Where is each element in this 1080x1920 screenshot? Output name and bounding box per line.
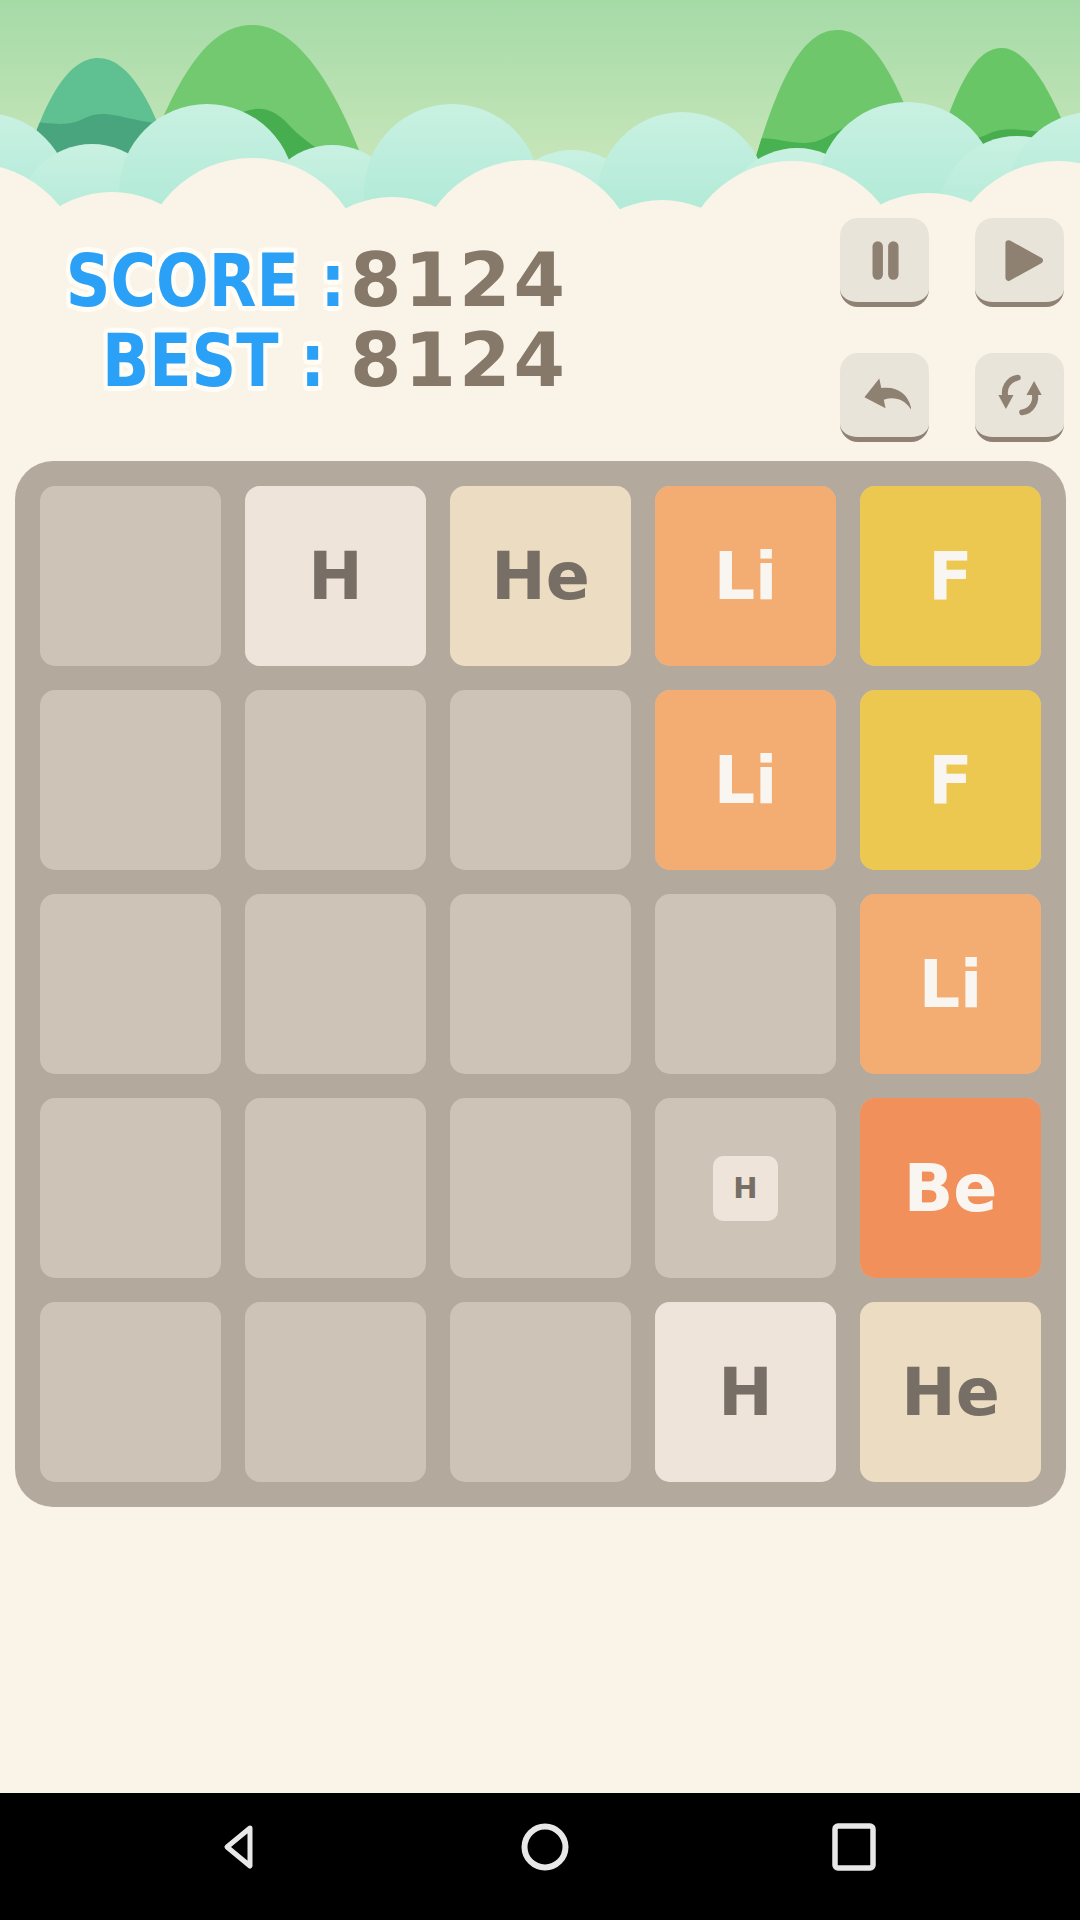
empty-cell [245,894,426,1074]
tile-He: He [450,486,631,666]
recents-icon[interactable] [826,1819,882,1875]
empty-cell [40,690,221,870]
tile-F: F [860,486,1041,666]
empty-cell [40,1302,221,1482]
empty-cell [40,486,221,666]
play-icon [995,235,1045,285]
empty-cell [450,894,631,1074]
board-cell: Li [655,690,836,870]
home-icon[interactable] [517,1819,573,1875]
refresh-icon [994,369,1046,421]
empty-cell [655,894,836,1074]
tile-Li: Li [655,690,836,870]
board-cell: H [655,1098,836,1278]
board-cell: H [245,486,426,666]
score-value: 8124 [350,240,568,320]
empty-cell [245,690,426,870]
tile-H-new: H [713,1156,778,1221]
board-cell: Li [655,486,836,666]
back-icon[interactable] [212,1819,268,1875]
best-label: BEST : [66,321,325,401]
board-cell: H [655,1302,836,1482]
board-cell: He [450,486,631,666]
game-board[interactable]: HHeLiFLiFLiHBeHHe [15,461,1066,1507]
empty-cell [450,1098,631,1278]
empty-cell [40,1098,221,1278]
tile-Li: Li [860,894,1041,1074]
empty-cell [450,690,631,870]
restart-button[interactable] [975,353,1064,442]
empty-cell [245,1098,426,1278]
pause-icon [860,235,910,285]
tile-He: He [860,1302,1041,1482]
undo-icon [859,369,911,421]
tile-H: H [655,1302,836,1482]
board-cell: He [860,1302,1041,1482]
tile-Li: Li [655,486,836,666]
best-value: 8124 [350,320,568,400]
empty-cell [40,894,221,1074]
empty-cell [245,1302,426,1482]
app-screen: SCORE :8124 BEST :8124 [0,0,1080,1920]
board-cell: F [860,486,1041,666]
scoreboard: SCORE :8124 BEST :8124 [20,240,680,400]
tile-H: H [245,486,426,666]
header-art [0,0,1080,250]
tile-F: F [860,690,1041,870]
undo-button[interactable] [840,353,929,442]
score-line: SCORE :8124 [20,240,680,320]
board-cell: Be [860,1098,1041,1278]
empty-cell [450,1302,631,1482]
pause-button[interactable] [840,218,929,307]
play-button[interactable] [975,218,1064,307]
board-cell: F [860,690,1041,870]
tile-Be: Be [860,1098,1041,1278]
score-label: SCORE : [66,241,325,321]
board-cell: Li [860,894,1041,1074]
android-nav-bar [0,1793,1080,1920]
best-line: BEST :8124 [20,320,680,400]
